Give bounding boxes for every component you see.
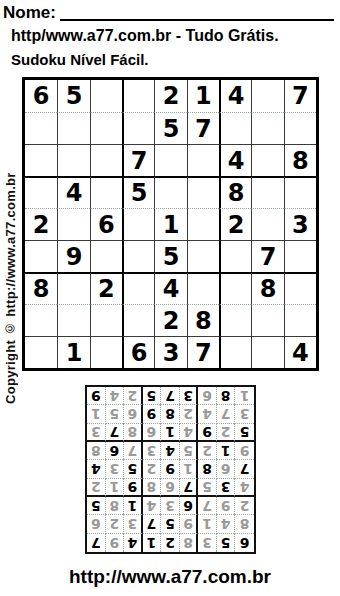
solution-cell-given: 1	[124, 497, 143, 515]
puzzle-cell-given: 6	[122, 336, 154, 368]
solution-cell-solved: 9	[235, 442, 254, 460]
puzzle-cell-empty	[284, 112, 316, 144]
puzzle-grid: 652147577484582612395782482816374	[22, 77, 319, 371]
solution-cell-given: 7	[161, 387, 180, 405]
puzzle-cell-empty	[251, 208, 283, 240]
solution-cell-solved: 9	[106, 534, 125, 552]
puzzle-cell-empty	[251, 80, 283, 112]
puzzle-cell-empty	[251, 336, 283, 368]
puzzle-cell-empty	[251, 144, 283, 176]
puzzle-cell-empty	[90, 144, 122, 176]
solution-cell-solved: 3	[235, 405, 254, 423]
solution-cell-solved: 4	[106, 387, 125, 405]
puzzle-cell-given: 5	[122, 176, 154, 208]
puzzle-cell-given: 8	[219, 176, 251, 208]
puzzle-cell-given: 5	[154, 240, 186, 272]
puzzle-cell-given: 7	[187, 112, 219, 144]
puzzle-cell-empty	[57, 272, 89, 304]
solution-cell-solved: 5	[180, 442, 199, 460]
puzzle-cell-empty	[187, 176, 219, 208]
difficulty-title: Sudoku Nível Fácil.	[11, 51, 149, 68]
solution-cell-solved: 2	[143, 460, 162, 478]
solution-cell-given: 6	[235, 534, 254, 552]
solution-cell-solved: 3	[198, 534, 217, 552]
puzzle-cell-empty	[25, 176, 57, 208]
solution-cell-solved: 6	[217, 460, 236, 478]
puzzle-cell-given: 7	[122, 144, 154, 176]
puzzle-cell-empty	[122, 240, 154, 272]
solution-cell-given: 1	[143, 534, 162, 552]
puzzle-cell-empty	[122, 304, 154, 336]
solution-cell-solved: 1	[106, 479, 125, 497]
puzzle-cell-empty	[57, 112, 89, 144]
puzzle-cell-empty	[57, 208, 89, 240]
solution-cell-given: 6	[180, 497, 199, 515]
solution-cell-solved: 8	[87, 442, 106, 460]
puzzle-cell-empty	[284, 272, 316, 304]
puzzle-cell-given: 8	[25, 272, 57, 304]
puzzle-cell-given: 7	[187, 336, 219, 368]
solution-cell-solved: 1	[235, 387, 254, 405]
puzzle-cell-empty	[90, 80, 122, 112]
name-label: Nome:	[3, 3, 56, 22]
puzzle-cell-empty	[25, 336, 57, 368]
solution-cell-given: 3	[180, 387, 199, 405]
puzzle-cell-empty	[187, 240, 219, 272]
solution-cell-solved: 6	[87, 515, 106, 533]
puzzle-cell-given: 8	[187, 304, 219, 336]
puzzle-cell-empty	[284, 240, 316, 272]
puzzle-cell-empty	[25, 112, 57, 144]
solution-cell-given: 9	[124, 479, 143, 497]
puzzle-cell-given: 9	[57, 240, 89, 272]
solution-cell-solved: 3	[106, 460, 125, 478]
solution-cell-solved: 2	[198, 442, 217, 460]
puzzle-cell-empty	[25, 240, 57, 272]
puzzle-cell-empty	[219, 336, 251, 368]
puzzle-cell-given: 7	[284, 80, 316, 112]
puzzle-cell-given: 8	[284, 144, 316, 176]
puzzle-cell-empty	[284, 304, 316, 336]
puzzle-cell-given: 2	[25, 208, 57, 240]
solution-cell-solved: 8	[180, 534, 199, 552]
puzzle-cell-empty	[122, 112, 154, 144]
puzzle-cell-empty	[90, 304, 122, 336]
puzzle-cell-empty	[251, 176, 283, 208]
puzzle-cell-given: 4	[154, 272, 186, 304]
solution-cell-given: 1	[217, 442, 236, 460]
solution-cell-given: 7	[106, 424, 125, 442]
puzzle-cell-given: 1	[154, 208, 186, 240]
puzzle-cell-given: 5	[57, 80, 89, 112]
puzzle-cell-empty	[57, 304, 89, 336]
puzzle-cell-empty	[154, 176, 186, 208]
puzzle-cell-given: 1	[187, 80, 219, 112]
footer-url: http://www.a77.com.br	[0, 566, 340, 588]
name-row: Nome:	[3, 3, 335, 22]
solution-cell-solved: 2	[217, 424, 236, 442]
solution-cell-solved: 3	[87, 424, 106, 442]
solution-cell-solved: 7	[217, 405, 236, 423]
solution-cell-solved: 4	[198, 405, 217, 423]
solution-cell-solved: 4	[235, 479, 254, 497]
puzzle-cell-empty	[219, 304, 251, 336]
solution-cell-solved: 7	[198, 497, 217, 515]
solution-cell-solved: 5	[198, 479, 217, 497]
solution-cell-solved: 8	[143, 479, 162, 497]
solution-cell-solved: 5	[106, 405, 125, 423]
solution-cell-given: 9	[198, 424, 217, 442]
solution-cell-given: 8	[217, 387, 236, 405]
solution-cell-solved: 2	[180, 405, 199, 423]
solution-cell-solved: 1	[198, 515, 217, 533]
solution-cell-solved: 4	[143, 497, 162, 515]
solution-cell-solved: 1	[87, 405, 106, 423]
solution-cell-solved: 9	[180, 515, 199, 533]
puzzle-cell-given: 6	[25, 80, 57, 112]
puzzle-cell-empty	[25, 304, 57, 336]
solution-cell-solved: 1	[180, 460, 199, 478]
puzzle-cell-given: 2	[90, 272, 122, 304]
puzzle-cell-given: 1	[57, 336, 89, 368]
solution-cell-solved: 6	[161, 479, 180, 497]
solution-cell-given: 2	[161, 534, 180, 552]
puzzle-cell-empty	[251, 304, 283, 336]
solution-cell-solved: 6	[124, 405, 143, 423]
solution-cell-solved: 3	[124, 515, 143, 533]
solution-cell-given: 7	[143, 515, 162, 533]
puzzle-cell-empty	[284, 176, 316, 208]
solution-cell-given: 4	[124, 534, 143, 552]
solution-cell-solved: 6	[143, 424, 162, 442]
puzzle-cell-given: 7	[251, 240, 283, 272]
solution-cell-solved: 7	[124, 442, 143, 460]
solution-cell-solved: 2	[124, 387, 143, 405]
solution-cell-given: 6	[106, 442, 125, 460]
solution-cell-given: 7	[235, 460, 254, 478]
puzzle-cell-empty	[25, 144, 57, 176]
solution-cell-given: 5	[217, 534, 236, 552]
puzzle-cell-empty	[57, 144, 89, 176]
solution-cell-given: 3	[217, 479, 236, 497]
solution-cell-solved: 3	[143, 442, 162, 460]
puzzle-cell-empty	[187, 144, 219, 176]
puzzle-cell-empty	[219, 240, 251, 272]
solution-cell-solved: 8	[235, 515, 254, 533]
puzzle-cell-given: 4	[57, 176, 89, 208]
puzzle-cell-empty	[154, 144, 186, 176]
solution-cell-solved: 6	[198, 387, 217, 405]
puzzle-cell-given: 2	[154, 304, 186, 336]
solution-cell-given: 5	[124, 460, 143, 478]
puzzle-cell-given: 3	[284, 208, 316, 240]
solution-cell-given: 7	[180, 479, 199, 497]
solution-cell-given: 1	[161, 424, 180, 442]
puzzle-cell-empty	[122, 208, 154, 240]
puzzle-cell-empty	[187, 272, 219, 304]
solution-cell-given: 7	[87, 534, 106, 552]
solution-cell-given: 9	[161, 460, 180, 478]
puzzle-cell-given: 8	[251, 272, 283, 304]
puzzle-cell-given: 6	[90, 208, 122, 240]
puzzle-cell-empty	[90, 112, 122, 144]
solution-cell-given: 9	[143, 405, 162, 423]
solution-cell-given: 8	[198, 460, 217, 478]
puzzle-cell-empty	[90, 336, 122, 368]
solution-cell-given: 5	[143, 387, 162, 405]
solution-cell-solved: 4	[180, 424, 199, 442]
solution-cell-solved: 8	[106, 497, 125, 515]
solution-cell-solved: 2	[87, 479, 106, 497]
solution-cell-solved: 2	[235, 497, 254, 515]
puzzle-cell-given: 4	[219, 80, 251, 112]
puzzle-cell-empty	[219, 272, 251, 304]
puzzle-cell-given: 5	[154, 112, 186, 144]
puzzle-cell-empty	[90, 240, 122, 272]
puzzle-cell-empty	[187, 208, 219, 240]
solution-cell-solved: 9	[217, 497, 236, 515]
sudoku-worksheet: { "game": "sudoku", "position": { "rows"…	[0, 0, 340, 596]
puzzle-cell-empty	[251, 112, 283, 144]
solution-cell-given: 9	[87, 387, 106, 405]
solution-cell-solved: 8	[124, 424, 143, 442]
solution-grid-rotated: 6538214978419573262976341854357689127681…	[85, 385, 256, 554]
solution-cell-solved: 2	[106, 515, 125, 533]
solution-cell-given: 4	[161, 442, 180, 460]
puzzle-cell-given: 4	[219, 144, 251, 176]
puzzle-cell-empty	[122, 80, 154, 112]
solution-cell-solved: 3	[161, 497, 180, 515]
solution-cell-given: 5	[235, 424, 254, 442]
site-title: http/www.a77.com.br - Tudo Grátis.	[11, 27, 279, 45]
copyright-vertical-text: Copyright © http://www.a77.com.br	[0, 146, 20, 430]
solution-cell-given: 5	[87, 497, 106, 515]
solution-cell-given: 5	[161, 515, 180, 533]
puzzle-cell-given: 3	[154, 336, 186, 368]
puzzle-cell-empty	[122, 272, 154, 304]
puzzle-cell-given: 2	[154, 80, 186, 112]
name-blank-line	[60, 3, 334, 21]
puzzle-cell-empty	[219, 112, 251, 144]
puzzle-cell-given: 2	[219, 208, 251, 240]
solution-cell-given: 8	[161, 405, 180, 423]
puzzle-cell-empty	[90, 176, 122, 208]
solution-cell-given: 4	[87, 460, 106, 478]
puzzle-cell-given: 4	[284, 336, 316, 368]
solution-cell-solved: 4	[217, 515, 236, 533]
